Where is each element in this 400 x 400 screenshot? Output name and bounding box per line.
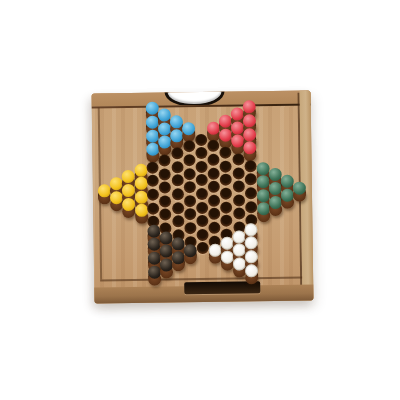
board-hole[interactable] — [172, 215, 184, 227]
board-hole[interactable] — [221, 215, 233, 227]
board-hole[interactable] — [232, 181, 244, 193]
board-hole[interactable] — [196, 188, 208, 200]
board-hole[interactable] — [220, 188, 232, 200]
scene — [0, 0, 400, 400]
board-hole[interactable] — [233, 208, 245, 220]
chinese-checkers-board — [92, 90, 314, 303]
board-hole[interactable] — [209, 222, 221, 234]
board-hole[interactable] — [208, 154, 220, 166]
board-hole[interactable] — [183, 168, 195, 180]
board-hole[interactable] — [195, 161, 207, 173]
board-hole[interactable] — [159, 168, 171, 180]
board-hole[interactable] — [147, 175, 159, 187]
board-hole[interactable] — [159, 154, 171, 166]
peg-green[interactable] — [292, 182, 307, 202]
board-hole[interactable] — [220, 174, 232, 186]
board-hole[interactable] — [171, 188, 183, 200]
holes-layer — [92, 90, 314, 303]
peg-red[interactable] — [243, 141, 258, 161]
board-hole[interactable] — [232, 167, 244, 179]
board-hole[interactable] — [160, 209, 172, 221]
board-hole[interactable] — [183, 154, 195, 166]
peg-cap — [135, 204, 148, 217]
board-hole[interactable] — [208, 195, 220, 207]
board-hole[interactable] — [171, 175, 183, 187]
board-hole[interactable] — [233, 194, 245, 206]
board-hole[interactable] — [184, 195, 196, 207]
peg-cap — [243, 128, 256, 141]
board-hole[interactable] — [147, 202, 159, 214]
board-hole[interactable] — [208, 167, 220, 179]
peg-cap — [134, 191, 147, 204]
board-hole[interactable] — [171, 147, 183, 159]
board-hole[interactable] — [184, 208, 196, 220]
board-hole[interactable] — [196, 229, 208, 241]
board-hole[interactable] — [147, 161, 159, 173]
board-hole[interactable] — [195, 147, 207, 159]
board-hole[interactable] — [159, 195, 171, 207]
board-hole[interactable] — [208, 208, 220, 220]
board-hole[interactable] — [196, 215, 208, 227]
board-hole[interactable] — [208, 181, 220, 193]
board-hole[interactable] — [196, 174, 208, 186]
board-hole[interactable] — [184, 181, 196, 193]
board-hole[interactable] — [183, 140, 195, 152]
board-hole[interactable] — [171, 161, 183, 173]
board-hole[interactable] — [184, 222, 196, 234]
peg-white[interactable] — [244, 264, 259, 284]
board-hole[interactable] — [196, 202, 208, 214]
peg-cap — [134, 177, 147, 190]
board-hole[interactable] — [147, 189, 159, 201]
board-hole[interactable] — [172, 202, 184, 214]
board-hole[interactable] — [220, 160, 232, 172]
peg-cap — [245, 264, 258, 277]
board-hole[interactable] — [159, 182, 171, 194]
board-hole[interactable] — [220, 201, 232, 213]
peg-cap — [134, 163, 147, 176]
